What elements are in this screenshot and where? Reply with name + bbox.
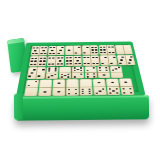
- pip: [96, 63, 98, 64]
- domino-tile-5-3[interactable]: [48, 46, 65, 56]
- pip: [80, 70, 82, 71]
- pip: [34, 61, 36, 62]
- pip: [67, 76, 69, 78]
- pip: [70, 63, 72, 64]
- tile-half-3: [124, 55, 135, 66]
- pip: [93, 76, 95, 77]
- pip: [130, 92, 133, 94]
- pip: [52, 63, 54, 64]
- pip: [75, 93, 77, 95]
- tile-half-4: [85, 72, 97, 78]
- domino-tile-5-2[interactable]: [72, 66, 84, 78]
- tile-half-5: [59, 72, 71, 79]
- domino-tile-3-2[interactable]: [27, 67, 46, 79]
- domino-tile-4-1[interactable]: [97, 66, 111, 78]
- pip: [104, 52, 106, 53]
- domino-tile-1-5[interactable]: [106, 79, 121, 96]
- tile-half-3: [93, 86, 107, 95]
- tray-front-left-corner: [14, 94, 23, 120]
- domino-tile-2-6[interactable]: [82, 45, 99, 55]
- domino-tile-0-6[interactable]: [80, 79, 93, 96]
- domino-tile-0-4[interactable]: [66, 79, 79, 96]
- domino-row-1: [30, 45, 133, 56]
- tile-half-1: [52, 87, 65, 96]
- tile-half-1: [119, 78, 133, 86]
- pip: [105, 69, 107, 70]
- domino-tile-3-0[interactable]: [110, 66, 124, 78]
- domino-row-3: [26, 66, 139, 79]
- tray-front-wall: [15, 95, 149, 120]
- domino-tile-4-4[interactable]: [82, 55, 99, 66]
- tile-half-4: [120, 86, 134, 95]
- tile-half-2: [26, 80, 40, 88]
- domino-tile-2-4[interactable]: [85, 66, 97, 78]
- domino-tile-3-3[interactable]: [117, 55, 136, 66]
- pip: [88, 93, 90, 95]
- tile-half-4: [90, 55, 100, 65]
- domino-tile-1-1[interactable]: [52, 79, 65, 96]
- scene-background: [0, 0, 160, 160]
- pip: [42, 69, 44, 70]
- domino-tile-2-2[interactable]: [100, 55, 118, 65]
- pip: [33, 69, 35, 70]
- domino-tile-6-5[interactable]: [65, 55, 82, 66]
- pip: [54, 70, 56, 71]
- pip: [87, 63, 89, 64]
- tile-half-0: [39, 79, 52, 87]
- domino-tile-1-4[interactable]: [119, 78, 135, 95]
- domino-tile-5-5[interactable]: [31, 46, 49, 56]
- tile-half-5: [73, 55, 82, 66]
- tile-half-1: [106, 79, 119, 87]
- domino-tile-2-0[interactable]: [24, 80, 39, 97]
- tile-half-6: [37, 56, 47, 66]
- pip: [44, 53, 46, 54]
- pip: [43, 63, 45, 64]
- domino-row-4: [23, 78, 142, 96]
- domino-tray: [0, 0, 160, 160]
- domino-tile-1-3[interactable]: [92, 79, 107, 96]
- domino-tile-6-4[interactable]: [99, 45, 116, 55]
- tile-half-5: [55, 56, 64, 67]
- pip: [61, 63, 63, 64]
- tile-half-2: [35, 67, 46, 79]
- pip: [34, 63, 36, 64]
- domino-tile-4-5[interactable]: [47, 56, 64, 67]
- tile-half-6: [80, 87, 93, 96]
- domino-tile-6-3[interactable]: [46, 67, 59, 79]
- tile-half-3: [56, 46, 65, 56]
- tile-half-0: [122, 45, 133, 55]
- pip: [112, 52, 114, 53]
- domino-tile-6-6[interactable]: [29, 56, 47, 66]
- domino-tile-0-0[interactable]: [115, 45, 133, 55]
- tile-half-0: [24, 87, 38, 96]
- tile-half-6: [89, 45, 98, 55]
- domino-tile-0-5[interactable]: [59, 67, 71, 79]
- tile-half-5: [38, 46, 48, 56]
- tile-half-3: [46, 72, 59, 79]
- pip: [79, 63, 81, 64]
- tray-floor: [24, 45, 138, 94]
- tile-half-1: [98, 72, 111, 79]
- domino-row-2: [28, 55, 136, 67]
- tile-half-0: [110, 72, 123, 78]
- tray-rim: [16, 41, 146, 97]
- tile-half-4: [66, 87, 79, 96]
- domino-tile-0-1[interactable]: [38, 79, 52, 96]
- pip: [35, 53, 37, 54]
- tile-half-0: [66, 79, 79, 87]
- tile-half-1: [38, 87, 52, 96]
- pip: [53, 53, 55, 54]
- pip: [116, 92, 119, 94]
- pip: [95, 52, 97, 53]
- tile-half-5: [107, 86, 121, 95]
- tile-half-2: [72, 72, 84, 79]
- tile-half-0: [80, 79, 93, 87]
- pip: [43, 61, 45, 62]
- tile-half-2: [73, 45, 82, 55]
- domino-tile-1-2[interactable]: [65, 45, 81, 55]
